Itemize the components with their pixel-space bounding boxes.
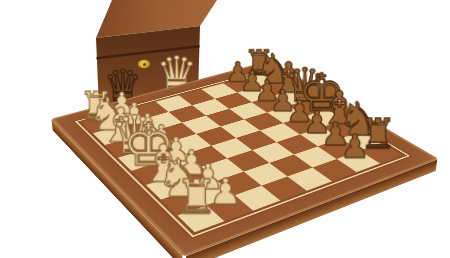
- board-scene: ♜♞♝♛♚♝♞♜♟♟♟♟♟♟♟♟♟♟♟♟♟♟♟♟♜♞♝♛♚♝♞♜: [0, 0, 450, 258]
- square-h1: ♜: [177, 205, 224, 232]
- black-pawn-h7[interactable]: ♟: [340, 130, 369, 163]
- chess-set-photo: ♛ ♛ ♜♞♝♛♚♝♞♜♟♟♟♟♟♟♟♟♟♟♟♟♟♟♟♟♜♞♝♛♚♝♞♜: [0, 0, 450, 258]
- chess-board: ♜♞♝♛♚♝♞♜♟♟♟♟♟♟♟♟♟♟♟♟♟♟♟♟♜♞♝♛♚♝♞♜: [51, 61, 439, 258]
- white-rook-h1[interactable]: ♜: [175, 173, 218, 220]
